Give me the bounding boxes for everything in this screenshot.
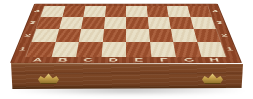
file-labels-row: ABCDEFGH	[24, 57, 228, 63]
file-label-e: E	[126, 57, 151, 62]
square-e2	[126, 29, 150, 42]
square-f3	[147, 17, 170, 29]
square-e3	[126, 17, 148, 29]
square-d3	[104, 17, 126, 29]
file-label-g: G	[176, 57, 202, 62]
square-e4	[126, 6, 147, 17]
square-d2	[102, 29, 126, 42]
file-label-f: F	[151, 57, 177, 62]
file-label-d: D	[101, 57, 126, 62]
square-b3	[59, 17, 84, 29]
square-b4	[62, 6, 85, 17]
rank-label-4-left: 4	[31, 9, 44, 12]
square-c4	[83, 6, 105, 17]
chess-box-photo: ABCDEFGH 4321 4321	[0, 0, 253, 99]
square-e1	[126, 42, 151, 57]
rank-label-3-right: 3	[213, 21, 226, 25]
square-b1	[51, 42, 79, 57]
rank-label-2-left: 2	[21, 33, 35, 37]
square-c1	[76, 42, 102, 57]
file-label-c: C	[75, 57, 101, 62]
box-front-face	[11, 63, 243, 89]
square-f1	[150, 42, 176, 57]
file-label-h: H	[201, 57, 228, 62]
square-d4	[105, 6, 126, 17]
square-f2	[148, 29, 173, 42]
rank-label-4-right: 4	[209, 9, 222, 12]
rank-label-1-right: 1	[222, 47, 237, 52]
square-d1	[101, 42, 126, 57]
file-label-a: A	[24, 57, 51, 62]
square-f4	[146, 6, 168, 17]
board-squares-grid	[26, 6, 226, 57]
chess-board-top: ABCDEFGH 4321 4321	[10, 4, 242, 63]
rank-label-3-left: 3	[26, 21, 39, 25]
rank-label-1-left: 1	[15, 47, 30, 52]
square-c2	[79, 29, 104, 42]
square-c3	[81, 17, 104, 29]
rank-label-2-right: 2	[217, 33, 231, 37]
square-b2	[55, 29, 81, 42]
file-label-b: B	[50, 57, 76, 62]
